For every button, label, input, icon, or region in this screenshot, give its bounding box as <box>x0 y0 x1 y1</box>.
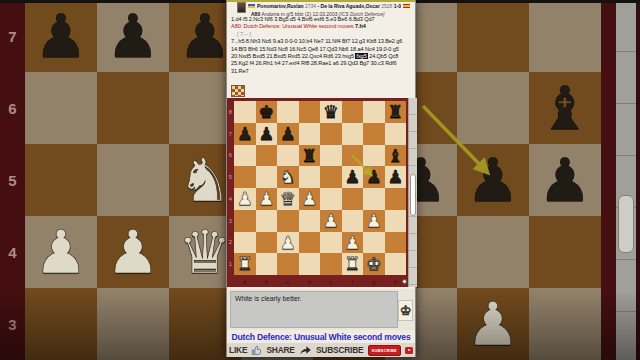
diagram-marker-icon <box>231 85 245 97</box>
square-h5: ♟ <box>529 144 601 216</box>
evaluation-panel: White is clearly better. ♚ <box>227 289 415 330</box>
square-e4[interactable] <box>320 188 342 210</box>
square-b8[interactable]: ♚ <box>256 101 278 123</box>
square-b5[interactable] <box>256 166 278 188</box>
square-a1[interactable]: ♜ <box>234 253 256 275</box>
piece-black-rook[interactable]: ♜ <box>385 101 407 123</box>
piece-white-rook[interactable]: ♜ <box>342 253 364 275</box>
square-h3[interactable] <box>385 210 407 232</box>
evaluation-text: White is clearly better. <box>231 292 397 302</box>
square-g6[interactable] <box>363 145 385 167</box>
share-arrow-icon[interactable] <box>299 345 312 355</box>
piece-white-pawn: ♟ <box>97 216 169 288</box>
background-right-edge <box>636 0 640 360</box>
square-c2[interactable]: ♟ <box>277 232 299 254</box>
ukraine-flag-icon <box>248 4 255 8</box>
square-f3[interactable] <box>342 210 364 232</box>
chessbase-window: Ponomariov,Ruslan 2734 - De la Riva Agua… <box>226 0 416 357</box>
piece-white-pawn[interactable]: ♟ <box>277 232 299 254</box>
piece-white-pawn[interactable]: ♟ <box>342 232 364 254</box>
square-f5[interactable]: ♟ <box>342 166 364 188</box>
white-player-name: Ponomariov,Ruslan <box>257 3 304 9</box>
square-b7: ♟ <box>97 0 169 72</box>
square-a3[interactable] <box>234 210 256 232</box>
piece-white-knight[interactable]: ♞ <box>277 166 299 188</box>
notation-scrollbar[interactable] <box>408 98 417 287</box>
square-a2[interactable] <box>234 232 256 254</box>
result-separator: - <box>318 3 320 9</box>
white-king-icon: ♚ <box>400 303 412 318</box>
square-g7 <box>457 0 529 72</box>
piece-white-queen[interactable]: ♛ <box>277 188 299 210</box>
square-d7[interactable] <box>299 123 321 145</box>
square-a6[interactable] <box>234 145 256 167</box>
square-e1[interactable] <box>320 253 342 275</box>
square-b4: ♟ <box>97 216 169 288</box>
background-rank-label-7: 7 <box>0 28 25 45</box>
subscribe-button[interactable]: SUBSCRIBE <box>368 345 401 356</box>
current-move-highlight: fxg5 <box>355 53 367 59</box>
variation-line[interactable]: [ 7.-- ] <box>231 31 411 38</box>
opening-line[interactable]: A80: Dutch Defence: Unusual White second… <box>231 23 411 30</box>
player-photo <box>237 2 246 13</box>
side-to-move-indicator <box>402 279 407 284</box>
square-g4[interactable] <box>363 188 385 210</box>
piece-black-bishop: ♝ <box>529 72 601 144</box>
square-h7 <box>529 0 601 72</box>
square-g3[interactable]: ♟ <box>363 210 385 232</box>
piece-black-pawn[interactable]: ♟ <box>363 166 385 188</box>
square-b3[interactable] <box>256 210 278 232</box>
square-a5[interactable] <box>234 166 256 188</box>
square-f4[interactable] <box>342 188 364 210</box>
share-button[interactable]: SHARE <box>266 345 294 355</box>
piece-black-pawn[interactable]: ♟ <box>234 123 256 145</box>
square-g5: ♟ <box>457 144 529 216</box>
square-b5 <box>97 144 169 216</box>
square-a5 <box>25 144 97 216</box>
youtube-play-icon[interactable] <box>405 347 413 354</box>
square-f8[interactable] <box>342 101 364 123</box>
square-d2[interactable] <box>299 232 321 254</box>
title-banner: Dutch Defence: Unusual White second move… <box>227 330 415 343</box>
main-chess-board: 87654321 ♚♛♜♟♟♟♜♝♞♟♟♟♟♟♛♟♟♟♟♟♜♜♚ abcdefg… <box>227 98 409 287</box>
game-result: 1-0 <box>394 3 401 9</box>
opening-move: 7.h4 <box>355 23 366 29</box>
square-g7[interactable] <box>363 123 385 145</box>
like-button[interactable]: LIKE <box>229 345 247 355</box>
square-c4[interactable]: ♛ <box>277 188 299 210</box>
evaluation-box: White is clearly better. <box>230 291 398 328</box>
square-h6[interactable]: ♝ <box>385 145 407 167</box>
piece-white-pawn[interactable]: ♟ <box>234 188 256 210</box>
white-elo: 2734 <box>305 3 316 9</box>
piece-black-pawn: ♟ <box>25 0 97 72</box>
square-c1[interactable] <box>277 253 299 275</box>
moves-line-2[interactable]: 7...h5 8.Nh3 Nc6 9.a3 0-0-0 10.b4 Ne7 11… <box>231 38 411 45</box>
players-line: Ponomariov,Ruslan 2734 - De la Riva Agua… <box>227 2 415 9</box>
board-squares[interactable]: ♚♛♜♟♟♟♜♝♞♟♟♟♟♟♛♟♟♟♟♟♜♜♚ <box>234 101 406 275</box>
piece-white-pawn[interactable]: ♟ <box>363 210 385 232</box>
background-rank-label-6: 6 <box>0 100 25 117</box>
piece-white-pawn[interactable]: ♟ <box>299 188 321 210</box>
square-e3[interactable]: ♟ <box>320 210 342 232</box>
square-h5[interactable]: ♟ <box>385 166 407 188</box>
notation-panel[interactable]: 1.d4 f5 2.Nc3 Nf6 3.Bg5 d5 4.Bxf6 exf6 5… <box>227 16 415 75</box>
piece-black-pawn: ♟ <box>529 144 601 216</box>
square-d4[interactable]: ♟ <box>299 188 321 210</box>
file-labels: abcdefgh <box>234 276 406 287</box>
square-b6[interactable] <box>256 145 278 167</box>
square-h7[interactable] <box>385 123 407 145</box>
piece-black-pawn: ♟ <box>457 144 529 216</box>
piece-black-bishop[interactable]: ♝ <box>385 145 407 167</box>
moves-line-6[interactable]: 31.Re7 <box>231 68 411 75</box>
square-a7[interactable]: ♟ <box>234 123 256 145</box>
square-a6 <box>25 72 97 144</box>
square-g8[interactable] <box>363 101 385 123</box>
square-f7[interactable] <box>342 123 364 145</box>
square-f2[interactable]: ♟ <box>342 232 364 254</box>
white-king-chip: ♚ <box>398 300 413 321</box>
piece-black-pawn: ♟ <box>97 0 169 72</box>
square-g4 <box>457 216 529 288</box>
square-e7[interactable] <box>320 123 342 145</box>
square-g2[interactable] <box>363 232 385 254</box>
piece-black-king[interactable]: ♚ <box>256 101 278 123</box>
moves-line-1[interactable]: 1.d4 f5 2.Nc3 Nf6 3.Bg5 d5 4.Bxf6 exf6 5… <box>231 16 411 23</box>
background-scrollbar-thumb <box>618 195 634 253</box>
piece-black-pawn[interactable]: ♟ <box>277 123 299 145</box>
square-g3: ♟ <box>457 288 529 360</box>
players-text: Ponomariov,Ruslan 2734 - De la Riva Agua… <box>257 3 401 9</box>
background-board-right-border <box>601 0 616 360</box>
piece-white-pawn: ♟ <box>25 216 97 288</box>
square-c5[interactable]: ♞ <box>277 166 299 188</box>
piece-black-pawn[interactable]: ♟ <box>385 166 407 188</box>
square-a7: ♟ <box>25 0 97 72</box>
square-e8[interactable]: ♛ <box>320 101 342 123</box>
square-c3[interactable] <box>277 210 299 232</box>
square-e2[interactable] <box>320 232 342 254</box>
game-header: Ponomariov,Ruslan 2734 - De la Riva Agua… <box>227 2 415 15</box>
square-b1[interactable] <box>256 253 278 275</box>
moves-line-3[interactable]: 14.Bf3 Bh6 15.Nd3 Nc8 16.Nc5 Qe8 17.Qd3 … <box>231 46 411 53</box>
square-d6[interactable]: ♜ <box>299 145 321 167</box>
black-elo: 2528 <box>381 3 392 9</box>
square-a4: ♟ <box>25 216 97 288</box>
square-g6 <box>457 72 529 144</box>
square-d8[interactable] <box>299 101 321 123</box>
rank-labels: 87654321 <box>227 101 234 275</box>
moves-line-5[interactable]: 25.Kg2 f4 26.Rh1 h4 27.exf4 Rf8 28.Rae1 … <box>231 60 411 67</box>
square-f1[interactable]: ♜ <box>342 253 364 275</box>
square-a8[interactable] <box>234 101 256 123</box>
piece-white-pawn: ♟ <box>457 288 529 360</box>
square-d1[interactable] <box>299 253 321 275</box>
spain-flag-icon <box>403 4 410 8</box>
square-b6 <box>97 72 169 144</box>
piece-black-queen[interactable]: ♛ <box>320 101 342 123</box>
piece-black-pawn[interactable]: ♟ <box>342 166 364 188</box>
subscribe-label[interactable]: SUBSCRIBE <box>316 345 364 355</box>
square-b3 <box>97 288 169 360</box>
square-g1[interactable]: ♚ <box>363 253 385 275</box>
square-c6[interactable] <box>277 145 299 167</box>
square-h4[interactable] <box>385 188 407 210</box>
video-frame: 76543 ♟♟♟♜♝♞♟♟♟♟♟♛♟♟♟ Ponomariov,Ruslan <box>0 0 640 360</box>
square-e6[interactable] <box>320 145 342 167</box>
black-player-name: De la Riva Aguado,Oscar <box>321 3 380 9</box>
thumbs-up-icon[interactable] <box>251 345 262 356</box>
square-b2[interactable] <box>256 232 278 254</box>
background-rank-label-4: 4 <box>0 244 25 261</box>
background-rank-label-5: 5 <box>0 172 25 189</box>
video-title: Dutch Defence: Unusual White second move… <box>232 332 411 342</box>
square-h3 <box>529 288 601 360</box>
piece-white-rook[interactable]: ♜ <box>234 253 256 275</box>
square-h8[interactable]: ♜ <box>385 101 407 123</box>
square-e5[interactable] <box>320 166 342 188</box>
square-d5[interactable] <box>299 166 321 188</box>
square-f6[interactable] <box>342 145 364 167</box>
square-d3[interactable] <box>299 210 321 232</box>
actions-bar: LIKE SHARE SUBSCRIBE SUBSCRIBE <box>227 343 415 357</box>
square-b4[interactable]: ♟ <box>256 188 278 210</box>
piece-black-rook[interactable]: ♜ <box>299 145 321 167</box>
notation-scrollbar-thumb[interactable] <box>410 174 416 216</box>
square-a3 <box>25 288 97 360</box>
piece-white-pawn[interactable]: ♟ <box>320 210 342 232</box>
piece-white-pawn[interactable]: ♟ <box>256 188 278 210</box>
square-c8[interactable] <box>277 101 299 123</box>
moves-line-4[interactable]: 20.Nxd5 Bxd5 21.Bxd5 Rxd5 22.Qxc4 Rd6 23… <box>231 53 411 60</box>
square-a4[interactable]: ♟ <box>234 188 256 210</box>
square-g5[interactable]: ♟ <box>363 166 385 188</box>
square-b7[interactable]: ♟ <box>256 123 278 145</box>
square-h2[interactable] <box>385 232 407 254</box>
piece-white-king[interactable]: ♚ <box>363 253 385 275</box>
square-c7[interactable]: ♟ <box>277 123 299 145</box>
square-h6: ♝ <box>529 72 601 144</box>
square-h1[interactable] <box>385 253 407 275</box>
background-rank-label-3: 3 <box>0 316 25 333</box>
square-h4 <box>529 216 601 288</box>
background-scrollbar <box>616 0 636 360</box>
piece-black-pawn[interactable]: ♟ <box>256 123 278 145</box>
